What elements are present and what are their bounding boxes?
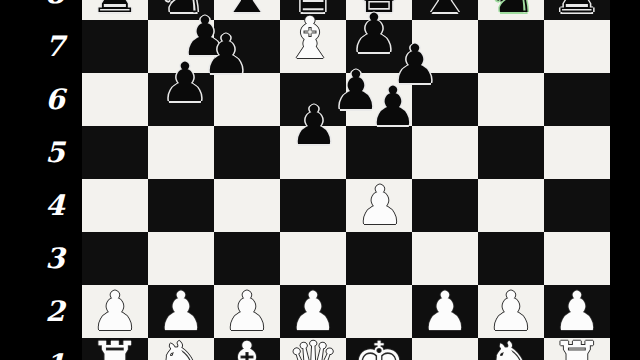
board-square-f3[interactable]	[412, 232, 478, 285]
board-square-h5[interactable]	[544, 126, 610, 179]
piece-white-pawn-e4[interactable]: ♟	[347, 179, 413, 232]
board-square-d3[interactable]	[280, 232, 346, 285]
board-square-d4[interactable]	[280, 179, 346, 232]
piece-black-rook-h8[interactable]: ♜	[544, 0, 610, 20]
rank-label-2: 2	[36, 295, 74, 329]
piece-black-pawn-d5[interactable]: ♟	[281, 99, 347, 152]
board-square-b5[interactable]	[148, 126, 214, 179]
board-square-h4[interactable]	[544, 179, 610, 232]
board-square-a6[interactable]	[82, 73, 148, 126]
piece-black-pawn-f6[interactable]: ♟	[360, 80, 426, 133]
piece-white-pawn-f2[interactable]: ♟	[412, 285, 478, 338]
board-square-a5[interactable]	[82, 126, 148, 179]
piece-white-knight-g1[interactable]: ♞	[478, 338, 544, 360]
board-square-a7[interactable]	[82, 20, 148, 73]
rank-label-4: 4	[36, 189, 74, 223]
board-square-a4[interactable]	[82, 179, 148, 232]
board-square-c5[interactable]	[214, 126, 280, 179]
chess-board: 87654321♜♞♝♛♚♝♞♜♟♟♝♟♟♟♟♟♟♟♟♟♟♟♟♟♟♜♞♝♛♚♞♜	[0, 0, 640, 360]
board-square-g5[interactable]	[478, 126, 544, 179]
rank-label-8: 8	[36, 0, 74, 11]
board-square-h7[interactable]	[544, 20, 610, 73]
board-square-e3[interactable]	[346, 232, 412, 285]
board-square-g4[interactable]	[478, 179, 544, 232]
board-square-g6[interactable]	[478, 73, 544, 126]
piece-white-queen-d1[interactable]: ♛	[280, 338, 346, 360]
rank-label-6: 6	[36, 83, 74, 117]
board-square-f5[interactable]	[412, 126, 478, 179]
board-square-h6[interactable]	[544, 73, 610, 126]
board-square-c4[interactable]	[214, 179, 280, 232]
piece-white-knight-b1[interactable]: ♞	[148, 338, 214, 360]
board-square-g3[interactable]	[478, 232, 544, 285]
rank-label-3: 3	[36, 242, 74, 276]
piece-black-bishop-f8[interactable]: ♝	[412, 0, 478, 20]
chess-app-stage: 87654321♜♞♝♛♚♝♞♜♟♟♝♟♟♟♟♟♟♟♟♟♟♟♟♟♟♜♞♝♛♚♞♜	[0, 0, 640, 360]
board-square-g7[interactable]	[478, 20, 544, 73]
board-square-f4[interactable]	[412, 179, 478, 232]
rank-label-1: 1	[36, 348, 74, 360]
piece-black-rook-a8[interactable]: ♜	[82, 0, 148, 20]
board-square-c3[interactable]	[214, 232, 280, 285]
piece-black-knight-g8[interactable]: ♞	[478, 0, 544, 20]
piece-black-pawn-b6[interactable]: ♟	[152, 56, 218, 109]
rank-label-5: 5	[36, 136, 74, 170]
board-square-b4[interactable]	[148, 179, 214, 232]
board-square-b3[interactable]	[148, 232, 214, 285]
piece-white-king-e1[interactable]: ♚	[346, 338, 412, 360]
board-square-a3[interactable]	[82, 232, 148, 285]
piece-white-bishop-c1[interactable]: ♝	[214, 338, 280, 360]
rank-label-7: 7	[36, 30, 74, 64]
piece-white-rook-h1[interactable]: ♜	[544, 338, 610, 360]
board-square-h3[interactable]	[544, 232, 610, 285]
piece-white-rook-a1[interactable]: ♜	[82, 338, 148, 360]
